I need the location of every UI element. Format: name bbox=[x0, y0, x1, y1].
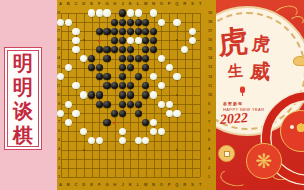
black-stone[interactable] bbox=[119, 110, 126, 117]
black-stone[interactable] bbox=[119, 46, 126, 53]
black-stone[interactable] bbox=[111, 46, 118, 53]
column-label: P bbox=[166, 182, 172, 187]
column-label: F bbox=[96, 1, 102, 6]
column-label: D bbox=[81, 1, 87, 6]
black-stone[interactable] bbox=[135, 28, 142, 35]
row-label: 7 bbox=[208, 120, 216, 124]
white-stone[interactable] bbox=[88, 9, 95, 16]
move-marker: ▲ bbox=[96, 38, 102, 43]
column-label: O bbox=[158, 1, 164, 6]
white-stone[interactable] bbox=[72, 82, 79, 89]
black-stone[interactable] bbox=[142, 64, 149, 71]
black-stone[interactable] bbox=[96, 73, 103, 80]
white-stone[interactable] bbox=[142, 137, 149, 144]
row-label: 14 bbox=[208, 56, 216, 60]
column-label: C bbox=[73, 1, 79, 6]
black-stone[interactable] bbox=[103, 28, 110, 35]
column-label: K bbox=[127, 1, 133, 6]
year-label: 2022 bbox=[219, 110, 248, 128]
gold-cloud-icon bbox=[289, 15, 304, 27]
row-label: 3 bbox=[57, 157, 60, 161]
black-stone[interactable] bbox=[127, 91, 134, 98]
black-stone[interactable] bbox=[119, 19, 126, 26]
white-stone[interactable] bbox=[135, 37, 142, 44]
greeting-calligraphy: 虎 bbox=[251, 31, 271, 56]
row-label: 12 bbox=[208, 75, 216, 79]
column-label: H bbox=[112, 182, 118, 187]
column-label: Q bbox=[174, 1, 180, 6]
greeting-subtitle-cn: 恭贺新年 bbox=[223, 101, 243, 106]
white-stone[interactable] bbox=[158, 55, 165, 62]
black-stone[interactable] bbox=[119, 9, 126, 16]
coin-hole bbox=[224, 151, 230, 157]
black-stone[interactable] bbox=[88, 91, 95, 98]
column-label: M bbox=[143, 1, 149, 6]
black-stone[interactable] bbox=[119, 101, 126, 108]
black-stone[interactable] bbox=[103, 82, 110, 89]
column-label: S bbox=[189, 182, 195, 187]
row-label: 15 bbox=[208, 47, 216, 51]
channel-name-char: 明 bbox=[13, 75, 33, 99]
column-label: J bbox=[120, 1, 126, 6]
black-stone[interactable] bbox=[135, 101, 142, 108]
column-label: L bbox=[135, 1, 141, 6]
black-stone[interactable] bbox=[127, 28, 134, 35]
black-stone[interactable] bbox=[103, 101, 110, 108]
column-label: G bbox=[104, 1, 110, 6]
black-stone[interactable] bbox=[142, 91, 149, 98]
black-stone[interactable] bbox=[142, 46, 149, 53]
white-stone[interactable] bbox=[65, 64, 72, 71]
black-stone[interactable] bbox=[111, 110, 118, 117]
white-stone[interactable] bbox=[88, 137, 95, 144]
white-stone[interactable] bbox=[72, 28, 79, 35]
black-stone[interactable] bbox=[96, 101, 103, 108]
black-stone[interactable] bbox=[119, 28, 126, 35]
row-label: 6 bbox=[208, 129, 216, 133]
row-label: 11 bbox=[208, 84, 216, 88]
tiger-icon bbox=[280, 110, 304, 152]
white-stone[interactable] bbox=[158, 101, 165, 108]
column-label: J bbox=[120, 182, 126, 187]
row-label: 10 bbox=[208, 93, 216, 97]
black-stone[interactable] bbox=[119, 37, 126, 44]
grid-line bbox=[61, 141, 201, 142]
row-label: 17 bbox=[57, 29, 60, 33]
column-label: L bbox=[135, 182, 141, 187]
grid-line bbox=[61, 168, 201, 169]
column-label: C bbox=[73, 182, 79, 187]
black-stone[interactable] bbox=[103, 119, 110, 126]
video-thumbnail: 明 明 谈 棋 AABBCCDDEEFFGGHHJJKKLLMMNNOOPPQQ… bbox=[0, 0, 304, 190]
white-stone[interactable] bbox=[150, 91, 157, 98]
black-stone[interactable] bbox=[135, 110, 142, 117]
star-point bbox=[176, 149, 178, 151]
black-stone[interactable] bbox=[103, 55, 110, 62]
white-stone[interactable] bbox=[173, 73, 180, 80]
white-stone[interactable] bbox=[96, 9, 103, 16]
column-label: K bbox=[127, 182, 133, 187]
white-stone[interactable] bbox=[166, 110, 173, 117]
row-label: 13 bbox=[208, 65, 216, 69]
row-label: 16 bbox=[57, 38, 60, 42]
row-label: 15 bbox=[57, 47, 60, 51]
grid-line bbox=[161, 13, 162, 177]
grid-line bbox=[200, 13, 201, 177]
black-stone[interactable] bbox=[135, 19, 142, 26]
black-stone[interactable] bbox=[119, 82, 126, 89]
column-label: T bbox=[197, 182, 203, 187]
white-stone[interactable] bbox=[158, 19, 165, 26]
gold-swirl-ornament bbox=[219, 167, 250, 188]
grid-line bbox=[61, 159, 201, 160]
black-stone[interactable] bbox=[135, 73, 142, 80]
move-marker: ▲ bbox=[112, 120, 118, 125]
row-label: 3 bbox=[208, 157, 216, 161]
row-label: 10 bbox=[57, 93, 60, 97]
column-label: P bbox=[166, 1, 172, 6]
row-label: 5 bbox=[57, 138, 60, 142]
black-stone[interactable] bbox=[119, 73, 126, 80]
black-stone[interactable] bbox=[119, 55, 126, 62]
white-stone[interactable] bbox=[65, 119, 72, 126]
row-label: 5 bbox=[208, 138, 216, 142]
coin-icon bbox=[218, 145, 235, 162]
tiger-eye-icon bbox=[290, 125, 294, 129]
column-label: G bbox=[104, 182, 110, 187]
black-stone[interactable] bbox=[119, 64, 126, 71]
column-label: F bbox=[96, 182, 102, 187]
white-stone[interactable] bbox=[166, 64, 173, 71]
greeting-calligraphy: 虎 bbox=[216, 21, 250, 65]
black-stone[interactable] bbox=[96, 64, 103, 71]
white-stone[interactable] bbox=[72, 110, 79, 117]
black-stone[interactable] bbox=[103, 73, 110, 80]
row-label: 11 bbox=[57, 84, 60, 88]
white-stone[interactable] bbox=[119, 137, 126, 144]
row-label: 16 bbox=[208, 38, 216, 42]
white-stone[interactable] bbox=[80, 128, 87, 135]
white-stone[interactable] bbox=[189, 37, 196, 44]
grid-line bbox=[169, 13, 170, 177]
go-board[interactable]: AABBCCDDEEFFGGHHJJKKLLMMNNOOPPQQRRSSTT19… bbox=[57, 0, 216, 190]
black-stone[interactable] bbox=[111, 82, 118, 89]
row-label: 1 bbox=[57, 175, 60, 179]
black-stone[interactable] bbox=[127, 19, 134, 26]
row-label: 1 bbox=[208, 175, 216, 179]
black-stone[interactable] bbox=[111, 19, 118, 26]
channel-name-char: 明 bbox=[13, 51, 33, 75]
black-stone[interactable] bbox=[119, 91, 126, 98]
column-label: R bbox=[182, 1, 188, 6]
black-stone[interactable] bbox=[127, 101, 134, 108]
black-stone[interactable] bbox=[150, 46, 157, 53]
channel-name-box: 明 明 谈 棋 bbox=[4, 47, 42, 150]
white-stone[interactable] bbox=[57, 19, 64, 26]
channel-banner: 明 明 谈 棋 bbox=[0, 0, 57, 190]
black-stone[interactable] bbox=[150, 28, 157, 35]
white-stone[interactable] bbox=[173, 110, 180, 117]
white-stone[interactable] bbox=[135, 137, 142, 144]
black-stone[interactable] bbox=[127, 46, 134, 53]
white-stone[interactable] bbox=[181, 46, 188, 53]
row-label: 14 bbox=[57, 56, 60, 60]
white-stone[interactable] bbox=[119, 128, 126, 135]
white-stone[interactable] bbox=[80, 91, 87, 98]
lantern-icon bbox=[240, 86, 245, 93]
black-stone[interactable] bbox=[88, 64, 95, 71]
white-stone[interactable] bbox=[127, 9, 134, 16]
row-label: 19 bbox=[57, 11, 60, 15]
column-label: N bbox=[151, 182, 157, 187]
channel-name-char: 棋 bbox=[13, 123, 33, 147]
black-stone[interactable] bbox=[127, 64, 134, 71]
white-stone[interactable] bbox=[158, 82, 165, 89]
column-label: H bbox=[112, 1, 118, 6]
white-stone[interactable] bbox=[150, 73, 157, 80]
column-label: R bbox=[182, 182, 188, 187]
column-label: E bbox=[89, 182, 95, 187]
column-label: D bbox=[81, 182, 87, 187]
black-stone[interactable] bbox=[142, 28, 149, 35]
white-stone[interactable] bbox=[166, 101, 173, 108]
white-stone[interactable] bbox=[135, 9, 142, 16]
row-label: 19 bbox=[208, 11, 216, 15]
black-stone[interactable] bbox=[135, 55, 142, 62]
black-stone[interactable] bbox=[96, 28, 103, 35]
column-label: S bbox=[189, 1, 195, 6]
black-stone[interactable] bbox=[96, 46, 103, 53]
grid-line bbox=[185, 13, 186, 177]
row-label: 18 bbox=[208, 20, 216, 24]
greeting-calligraphy: 威 bbox=[249, 57, 270, 85]
column-label: A bbox=[58, 1, 64, 6]
black-stone[interactable] bbox=[142, 82, 149, 89]
row-label: 2 bbox=[57, 166, 60, 170]
star-point bbox=[83, 149, 85, 151]
row-label: 2 bbox=[208, 166, 216, 170]
black-stone[interactable] bbox=[142, 119, 149, 126]
black-stone[interactable] bbox=[142, 55, 149, 62]
column-label: B bbox=[65, 1, 71, 6]
star-point bbox=[176, 94, 178, 96]
black-stone[interactable] bbox=[127, 55, 134, 62]
column-label: M bbox=[143, 182, 149, 187]
row-label: 7 bbox=[57, 120, 60, 124]
black-stone[interactable] bbox=[142, 37, 149, 44]
black-stone[interactable] bbox=[150, 37, 157, 44]
black-stone[interactable] bbox=[111, 37, 118, 44]
new-year-card: 虎 虎 生 威 恭贺新年 HAPPY NEW YEAR 2022 ❋ bbox=[216, 0, 304, 190]
row-label: 9 bbox=[208, 102, 216, 106]
row-label: 4 bbox=[208, 147, 216, 151]
column-label: Q bbox=[174, 182, 180, 187]
black-stone[interactable] bbox=[142, 19, 149, 26]
row-label: 17 bbox=[208, 29, 216, 33]
column-label: O bbox=[158, 182, 164, 187]
black-stone[interactable] bbox=[127, 82, 134, 89]
row-label: 4 bbox=[57, 147, 60, 151]
black-stone[interactable] bbox=[96, 91, 103, 98]
white-stone[interactable] bbox=[158, 128, 165, 135]
white-stone[interactable] bbox=[127, 37, 134, 44]
black-stone[interactable] bbox=[111, 28, 118, 35]
column-label: E bbox=[89, 1, 95, 6]
row-label: 8 bbox=[208, 111, 216, 115]
white-stone[interactable] bbox=[96, 137, 103, 144]
column-label: A bbox=[58, 182, 64, 187]
column-label: B bbox=[65, 182, 71, 187]
white-stone[interactable] bbox=[80, 55, 87, 62]
column-label: T bbox=[197, 1, 203, 6]
row-label: 13 bbox=[57, 65, 60, 69]
white-stone[interactable] bbox=[103, 9, 110, 16]
white-stone[interactable] bbox=[150, 128, 157, 135]
grid-line bbox=[61, 122, 201, 123]
grid-line bbox=[61, 177, 201, 178]
white-stone[interactable] bbox=[189, 28, 196, 35]
white-stone[interactable] bbox=[57, 73, 64, 80]
row-label: 9 bbox=[57, 102, 60, 106]
row-label: 6 bbox=[57, 129, 60, 133]
white-stone[interactable] bbox=[72, 46, 79, 53]
black-stone[interactable] bbox=[103, 46, 110, 53]
white-stone[interactable] bbox=[150, 9, 157, 16]
white-stone[interactable] bbox=[72, 37, 79, 44]
channel-name-char: 谈 bbox=[13, 99, 33, 123]
white-stone[interactable] bbox=[65, 19, 72, 26]
white-stone[interactable] bbox=[65, 101, 72, 108]
column-label: N bbox=[151, 1, 157, 6]
white-stone[interactable] bbox=[173, 19, 180, 26]
white-stone[interactable] bbox=[150, 119, 157, 126]
black-stone[interactable] bbox=[88, 55, 95, 62]
white-stone[interactable] bbox=[57, 110, 64, 117]
gold-ingot-icon bbox=[293, 56, 304, 66]
knot-flower-icon: ❋ bbox=[246, 143, 282, 179]
greeting-calligraphy: 生 bbox=[227, 61, 243, 81]
